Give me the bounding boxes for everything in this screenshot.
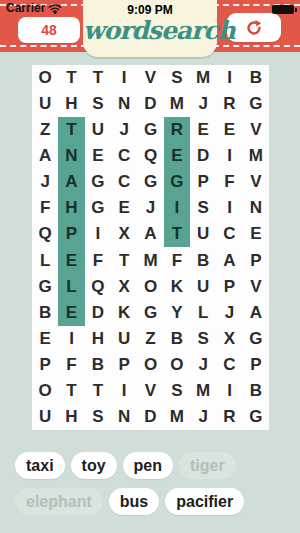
grid-cell-r1c7[interactable]: M [190,65,216,91]
grid-cell-r9c5[interactable]: O [137,274,163,300]
battery-icon [272,5,294,14]
grid-cell-r6c5[interactable]: J [137,195,163,221]
grid-cell-r4c1[interactable]: A [32,143,58,169]
grid-cell-r8c7[interactable]: B [190,247,216,273]
grid-cell-r14c6[interactable]: M [164,404,190,430]
grid-cell-r13c3[interactable]: T [85,378,111,404]
grid-cell-r10c1[interactable]: B [32,300,58,326]
grid-cell-r9c4[interactable]: X [111,274,137,300]
grid-cell-r13c1[interactable]: O [32,378,58,404]
grid-cell-r4c2[interactable]: N [58,143,84,169]
grid-cell-r9c2[interactable]: L [58,274,84,300]
grid-cell-r13c7[interactable]: M [190,378,216,404]
grid-cell-r8c2[interactable]: E [58,247,84,273]
grid-cell-r1c8[interactable]: I [216,65,242,91]
grid-cell-r8c5[interactable]: M [137,247,163,273]
grid-cell-r8c1[interactable]: L [32,247,58,273]
grid-cell-r3c9[interactable]: V [243,117,269,143]
grid-cell-r5c4[interactable]: C [111,169,137,195]
grid-cell-r14c3[interactable]: S [85,404,111,430]
refresh-icon [245,19,263,37]
grid-cell-r7c5[interactable]: A [137,221,163,247]
grid-cell-r7c8[interactable]: C [216,221,242,247]
grid-cell-r10c9[interactable]: A [243,300,269,326]
grid-cell-r13c5[interactable]: V [137,378,163,404]
grid-cell-r11c4[interactable]: U [111,326,137,352]
grid-cell-r12c7[interactable]: J [190,352,216,378]
grid-cell-r14c7[interactable]: J [190,404,216,430]
word-chip-taxi: taxi [15,452,65,479]
grid-cell-r5c6[interactable]: G [164,169,190,195]
grid-cell-r12c2[interactable]: F [58,352,84,378]
grid-cell-r7c2[interactable]: P [58,221,84,247]
grid-cell-r11c3[interactable]: H [85,326,111,352]
grid-cell-r13c2[interactable]: T [58,378,84,404]
grid-cell-r8c8[interactable]: A [216,247,242,273]
grid-cell-r1c9[interactable]: B [243,65,269,91]
wifi-icon [48,3,62,14]
grid-cell-r6c8[interactable]: I [216,195,242,221]
grid-cell-r7c4[interactable]: X [111,221,137,247]
grid-cell-r1c1[interactable]: O [32,65,58,91]
grid-cell-r12c8[interactable]: C [216,352,242,378]
grid-cell-r12c5[interactable]: O [137,352,163,378]
grid-cell-r4c6[interactable]: E [164,143,190,169]
grid-cell-r4c9[interactable]: M [243,143,269,169]
grid-cell-r10c6[interactable]: Y [164,300,190,326]
grid-cell-r6c1[interactable]: F [32,195,58,221]
grid-cell-r4c7[interactable]: D [190,143,216,169]
grid-cell-r12c6[interactable]: O [164,352,190,378]
grid-cell-r14c2[interactable]: H [58,404,84,430]
grid-cell-r1c5[interactable]: V [137,65,163,91]
app-title: wordsearch [83,16,217,45]
board: OTTIVSMIBUHSNDMJRGZTUJGREEVANECQEDIMJAGC… [32,65,269,430]
grid-cell-r3c4[interactable]: J [111,117,137,143]
grid-cell-r2c8[interactable]: R [216,91,242,117]
word-chip-bus: bus [109,488,159,515]
grid-cell-r6c9[interactable]: N [243,195,269,221]
grid-cell-r1c4[interactable]: I [111,65,137,91]
grid-cell-r11c6[interactable]: B [164,326,190,352]
grid-cell-r3c6[interactable]: R [164,117,190,143]
grid-cell-r9c6[interactable]: K [164,274,190,300]
grid-cell-r13c4[interactable]: I [111,378,137,404]
grid-cell-r1c6[interactable]: S [164,65,190,91]
grid-cell-r13c9[interactable]: B [243,378,269,404]
grid-cell-r9c7[interactable]: U [190,274,216,300]
grid-cell-r10c8[interactable]: J [216,300,242,326]
grid-cell-r3c7[interactable]: E [190,117,216,143]
grid-cell-r8c6[interactable]: F [164,247,190,273]
grid-cell-r2c5[interactable]: D [137,91,163,117]
refresh-button[interactable] [227,13,281,42]
grid-cell-r10c7[interactable]: L [190,300,216,326]
grid-cell-r5c5[interactable]: G [137,169,163,195]
grid-cell-r11c5[interactable]: Z [137,326,163,352]
grid-cell-r14c5[interactable]: D [137,404,163,430]
grid-cell-r1c3[interactable]: T [85,65,111,91]
grid-cell-r14c8[interactable]: R [216,404,242,430]
grid-cell-r12c9[interactable]: P [243,352,269,378]
word-chip-pacifier: pacifier [165,488,244,515]
word-chip-elephant: elephant [15,488,103,515]
grid-cell-r5c7[interactable]: P [190,169,216,195]
grid-cell-r12c3[interactable]: B [85,352,111,378]
grid-cell-r9c8[interactable]: P [216,274,242,300]
grid-cell-r10c4[interactable]: K [111,300,137,326]
grid-cell-r14c9[interactable]: G [243,404,269,430]
grid-cell-r6c4[interactable]: E [111,195,137,221]
word-chip-toy: toy [71,452,117,479]
grid-cell-r9c3[interactable]: Q [85,274,111,300]
grid-cell-r11c2[interactable]: I [58,326,84,352]
score-badge[interactable]: 48 [18,17,80,43]
grid-cell-r6c2[interactable]: H [58,195,84,221]
grid-cell-r2c3[interactable]: S [85,91,111,117]
word-chip-tiger: tiger [179,452,236,479]
grid-cell-r9c9[interactable]: V [243,274,269,300]
grid-cell-r2c4[interactable]: N [111,91,137,117]
grid-cell-r6c6[interactable]: I [164,195,190,221]
grid-cell-r2c9[interactable]: G [243,91,269,117]
grid-cell-r1c2[interactable]: T [58,65,84,91]
grid-cell-r2c1[interactable]: U [32,91,58,117]
grid-cell-r4c8[interactable]: I [216,143,242,169]
grid-cell-r2c2[interactable]: H [58,91,84,117]
grid-cell-r3c8[interactable]: E [216,117,242,143]
grid-cell-r5c1[interactable]: J [32,169,58,195]
grid-cell-r7c9[interactable]: E [243,221,269,247]
grid-cell-r11c9[interactable]: G [243,326,269,352]
grid-cell-r7c3[interactable]: I [85,221,111,247]
grid-cell-r3c5[interactable]: G [137,117,163,143]
grid-cell-r7c1[interactable]: Q [32,221,58,247]
title-card: 9:09 PM wordsearch [83,0,217,57]
grid-cell-r5c2[interactable]: A [58,169,84,195]
grid-cell-r10c2[interactable]: E [58,300,84,326]
grid-cell-r8c4[interactable]: T [111,247,137,273]
grid-cell-r4c3[interactable]: E [85,143,111,169]
grid-cell-r13c6[interactable]: S [164,378,190,404]
grid-cell-r8c9[interactable]: P [243,247,269,273]
word-tray: taxitoypentigerelephantbuspacifier [15,452,285,515]
grid-cell-r5c3[interactable]: G [85,169,111,195]
grid-cell-r10c3[interactable]: D [85,300,111,326]
grid-cell-r6c3[interactable]: G [85,195,111,221]
grid-cell-r12c1[interactable]: P [32,352,58,378]
grid-cell-r5c9[interactable]: V [243,169,269,195]
grid-cell-r7c6[interactable]: T [164,221,190,247]
grid-cell-r3c3[interactable]: U [85,117,111,143]
grid-cell-r14c1[interactable]: U [32,404,58,430]
grid-cell-r11c7[interactable]: S [190,326,216,352]
grid-cell-r8c3[interactable]: F [85,247,111,273]
word-chip-pen: pen [123,452,173,479]
grid-cell-r7c7[interactable]: U [190,221,216,247]
grid-cell-r6c7[interactable]: S [190,195,216,221]
grid-cell-r9c1[interactable]: G [32,274,58,300]
grid-cell-r2c6[interactable]: M [164,91,190,117]
carrier-label: Carrier [6,1,45,15]
grid-cell-r3c2[interactable]: T [58,117,84,143]
grid-cell-r2c7[interactable]: J [190,91,216,117]
grid-cell-r13c8[interactable]: I [216,378,242,404]
grid-cell-r4c5[interactable]: Q [137,143,163,169]
grid-cell-r12c4[interactable]: P [111,352,137,378]
grid-cell-r11c8[interactable]: X [216,326,242,352]
status-bar-left: Carrier [6,1,62,15]
grid-cell-r3c1[interactable]: Z [32,117,58,143]
grid-cell-r10c5[interactable]: G [137,300,163,326]
grid-cell-r11c1[interactable]: E [32,326,58,352]
clock: 9:09 PM [83,3,217,17]
grid-cell-r5c8[interactable]: F [216,169,242,195]
grid-cell-r14c4[interactable]: N [111,404,137,430]
app-screen: Carrier 48 9:09 PM wordsearch OTTIVSMIBU… [0,0,300,533]
grid-cell-r4c4[interactable]: C [111,143,137,169]
